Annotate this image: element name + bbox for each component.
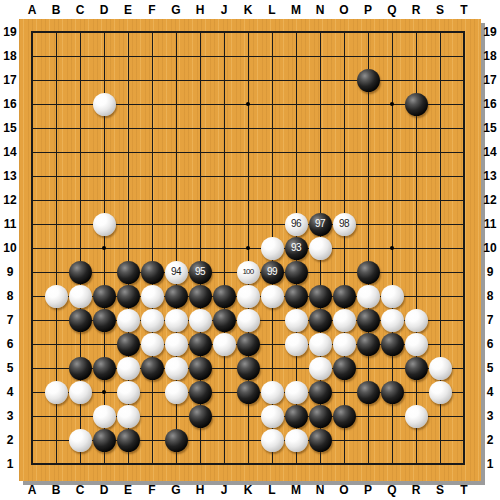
col-label-bottom-L: L (268, 484, 275, 496)
black-stone-N7[interactable] (309, 309, 332, 332)
white-stone-Q7[interactable] (381, 309, 404, 332)
white-stone-M7[interactable] (285, 309, 308, 332)
white-stone-C4[interactable] (69, 381, 92, 404)
white-stone-K8[interactable] (237, 285, 260, 308)
row-label-right-5: 5 (487, 362, 494, 374)
black-stone-L9[interactable]: 99 (261, 261, 284, 284)
white-stone-M2[interactable] (285, 429, 308, 452)
row-label-right-12: 12 (483, 194, 496, 206)
black-stone-K6[interactable] (237, 333, 260, 356)
row-label-right-11: 11 (484, 218, 497, 230)
black-stone-C9[interactable] (69, 261, 92, 284)
col-label-top-Q: Q (387, 4, 396, 16)
black-stone-H9[interactable]: 95 (189, 261, 212, 284)
white-stone-C8[interactable] (69, 285, 92, 308)
col-label-bottom-O: O (339, 484, 348, 496)
black-stone-G2[interactable] (165, 429, 188, 452)
black-stone-R5[interactable] (405, 357, 428, 380)
black-stone-C7[interactable] (69, 309, 92, 332)
row-label-right-16: 16 (483, 98, 496, 110)
col-label-top-R: R (412, 4, 421, 16)
move-number-98: 98 (339, 219, 349, 229)
row-label-left-18: 18 (3, 50, 16, 62)
col-label-bottom-B: B (52, 484, 61, 496)
black-stone-E9[interactable] (117, 261, 140, 284)
col-label-bottom-K: K (244, 484, 253, 496)
row-label-right-18: 18 (483, 50, 496, 62)
white-stone-H7[interactable] (189, 309, 212, 332)
white-stone-L3[interactable] (261, 405, 284, 428)
white-stone-D11[interactable] (93, 213, 116, 236)
white-stone-L2[interactable] (261, 429, 284, 452)
col-label-top-T: T (460, 4, 467, 16)
white-stone-L8[interactable] (261, 285, 284, 308)
row-label-right-15: 15 (483, 122, 496, 134)
col-label-bottom-Q: Q (387, 484, 396, 496)
move-number-100: 100 (242, 268, 253, 276)
black-stone-E2[interactable] (117, 429, 140, 452)
black-stone-M8[interactable] (285, 285, 308, 308)
black-stone-D5[interactable] (93, 357, 116, 380)
row-label-left-16: 16 (3, 98, 16, 110)
move-number-99: 99 (267, 267, 277, 277)
black-stone-E6[interactable] (117, 333, 140, 356)
row-label-right-4: 4 (487, 386, 494, 398)
col-label-top-S: S (436, 4, 444, 16)
white-stone-G7[interactable] (165, 309, 188, 332)
move-number-95: 95 (195, 267, 205, 277)
col-label-top-C: C (76, 4, 85, 16)
black-stone-P4[interactable] (357, 381, 380, 404)
black-stone-G8[interactable] (165, 285, 188, 308)
row-label-left-10: 10 (3, 242, 16, 254)
star-point-D4 (102, 390, 106, 394)
black-stone-P17[interactable] (357, 69, 380, 92)
row-label-right-14: 14 (483, 146, 496, 158)
white-stone-E7[interactable] (117, 309, 140, 332)
white-stone-M11[interactable]: 96 (285, 213, 308, 236)
white-stone-G6[interactable] (165, 333, 188, 356)
row-label-right-8: 8 (487, 290, 494, 302)
row-label-right-7: 7 (487, 314, 494, 326)
white-stone-O7[interactable] (333, 309, 356, 332)
row-label-left-4: 4 (7, 386, 14, 398)
row-label-left-5: 5 (7, 362, 14, 374)
col-label-bottom-G: G (171, 484, 180, 496)
white-stone-J6[interactable] (213, 333, 236, 356)
white-stone-Q8[interactable] (381, 285, 404, 308)
black-stone-N8[interactable] (309, 285, 332, 308)
black-stone-K5[interactable] (237, 357, 260, 380)
white-stone-O11[interactable]: 98 (333, 213, 356, 236)
white-stone-R7[interactable] (405, 309, 428, 332)
white-stone-E4[interactable] (117, 381, 140, 404)
white-stone-N5[interactable] (309, 357, 332, 380)
white-stone-K7[interactable] (237, 309, 260, 332)
black-stone-N2[interactable] (309, 429, 332, 452)
col-label-top-E: E (124, 4, 132, 16)
col-label-top-P: P (364, 4, 372, 16)
row-label-left-7: 7 (7, 314, 14, 326)
white-stone-R3[interactable] (405, 405, 428, 428)
white-stone-R6[interactable] (405, 333, 428, 356)
row-label-right-10: 10 (483, 242, 496, 254)
col-label-top-D: D (100, 4, 109, 16)
black-stone-N4[interactable] (309, 381, 332, 404)
white-stone-G4[interactable] (165, 381, 188, 404)
star-point-K10 (246, 246, 250, 250)
white-stone-C2[interactable] (69, 429, 92, 452)
row-label-right-17: 17 (483, 74, 496, 86)
white-stone-B4[interactable] (45, 381, 68, 404)
row-label-left-12: 12 (3, 194, 16, 206)
black-stone-P6[interactable] (357, 333, 380, 356)
star-point-D10 (102, 246, 106, 250)
black-stone-F9[interactable] (141, 261, 164, 284)
black-stone-D8[interactable] (93, 285, 116, 308)
col-label-bottom-R: R (412, 484, 421, 496)
col-label-top-G: G (171, 4, 180, 16)
move-number-96: 96 (291, 219, 301, 229)
black-stone-C5[interactable] (69, 357, 92, 380)
white-stone-M6[interactable] (285, 333, 308, 356)
col-label-bottom-N: N (316, 484, 325, 496)
col-label-bottom-E: E (124, 484, 132, 496)
row-label-left-19: 19 (3, 26, 16, 38)
col-label-bottom-P: P (364, 484, 372, 496)
row-label-left-8: 8 (7, 290, 14, 302)
go-diagram: AABBCCDDEEFFGGHHJJKKLLMMNNOOPPQQRRSSTT19… (0, 0, 500, 500)
col-label-top-B: B (52, 4, 61, 16)
white-stone-N10[interactable] (309, 237, 332, 260)
white-stone-G5[interactable] (165, 357, 188, 380)
row-label-left-3: 3 (7, 410, 14, 422)
row-label-right-2: 2 (487, 434, 494, 446)
row-label-left-15: 15 (3, 122, 16, 134)
grid-line-vertical (463, 31, 465, 465)
col-label-top-H: H (196, 4, 205, 16)
black-stone-H8[interactable] (189, 285, 212, 308)
row-label-right-3: 3 (487, 410, 494, 422)
black-stone-K4[interactable] (237, 381, 260, 404)
black-stone-O5[interactable] (333, 357, 356, 380)
row-label-right-6: 6 (487, 338, 494, 350)
row-label-right-19: 19 (483, 26, 496, 38)
star-point-Q16 (390, 102, 394, 106)
col-label-top-O: O (339, 4, 348, 16)
col-label-top-A: A (28, 4, 37, 16)
col-label-bottom-D: D (100, 484, 109, 496)
col-label-bottom-M: M (291, 484, 301, 496)
move-number-93: 93 (291, 243, 301, 253)
row-label-right-9: 9 (487, 266, 494, 278)
black-stone-D2[interactable] (93, 429, 116, 452)
black-stone-R16[interactable] (405, 93, 428, 116)
row-label-left-6: 6 (7, 338, 14, 350)
row-label-left-13: 13 (3, 170, 16, 182)
col-label-top-L: L (268, 4, 275, 16)
black-stone-N3[interactable] (309, 405, 332, 428)
black-stone-D7[interactable] (93, 309, 116, 332)
col-label-top-F: F (148, 4, 155, 16)
col-label-top-N: N (316, 4, 325, 16)
col-label-bottom-T: T (460, 484, 467, 496)
black-stone-P9[interactable] (357, 261, 380, 284)
row-label-right-13: 13 (483, 170, 496, 182)
black-stone-O8[interactable] (333, 285, 356, 308)
black-stone-O3[interactable] (333, 405, 356, 428)
move-number-94: 94 (171, 267, 181, 277)
black-stone-H4[interactable] (189, 381, 212, 404)
row-label-right-1: 1 (487, 458, 494, 470)
black-stone-H6[interactable] (189, 333, 212, 356)
white-stone-O6[interactable] (333, 333, 356, 356)
row-label-left-9: 9 (7, 266, 14, 278)
grid-line-horizontal (31, 463, 465, 465)
col-label-bottom-S: S (436, 484, 444, 496)
black-stone-M3[interactable] (285, 405, 308, 428)
white-stone-D3[interactable] (93, 405, 116, 428)
col-label-bottom-H: H (196, 484, 205, 496)
black-stone-F5[interactable] (141, 357, 164, 380)
row-label-left-1: 1 (7, 458, 14, 470)
white-stone-S5[interactable] (429, 357, 452, 380)
col-label-top-J: J (221, 4, 228, 16)
black-stone-Q4[interactable] (381, 381, 404, 404)
col-label-bottom-C: C (76, 484, 85, 496)
white-stone-M4[interactable] (285, 381, 308, 404)
white-stone-F6[interactable] (141, 333, 164, 356)
white-stone-E5[interactable] (117, 357, 140, 380)
white-stone-L4[interactable] (261, 381, 284, 404)
white-stone-P8[interactable] (357, 285, 380, 308)
col-label-bottom-J: J (221, 484, 228, 496)
row-label-left-11: 11 (4, 218, 17, 230)
white-stone-S4[interactable] (429, 381, 452, 404)
black-stone-J8[interactable] (213, 285, 236, 308)
col-label-bottom-A: A (28, 484, 37, 496)
black-stone-H3[interactable] (189, 405, 212, 428)
white-stone-G9[interactable]: 94 (165, 261, 188, 284)
black-stone-N11[interactable]: 97 (309, 213, 332, 236)
white-stone-K9[interactable]: 100 (237, 261, 260, 284)
white-stone-N6[interactable] (309, 333, 332, 356)
star-point-K16 (246, 102, 250, 106)
white-stone-E3[interactable] (117, 405, 140, 428)
move-number-97: 97 (315, 219, 325, 229)
white-stone-B8[interactable] (45, 285, 68, 308)
white-stone-L10[interactable] (261, 237, 284, 260)
row-label-left-17: 17 (3, 74, 16, 86)
col-label-bottom-F: F (148, 484, 155, 496)
white-stone-F8[interactable] (141, 285, 164, 308)
black-stone-J7[interactable] (213, 309, 236, 332)
row-label-left-2: 2 (7, 434, 14, 446)
black-stone-P7[interactable] (357, 309, 380, 332)
black-stone-H5[interactable] (189, 357, 212, 380)
row-label-left-14: 14 (3, 146, 16, 158)
col-label-top-K: K (244, 4, 253, 16)
col-label-top-M: M (291, 4, 301, 16)
black-stone-M10[interactable]: 93 (285, 237, 308, 260)
star-point-Q10 (390, 246, 394, 250)
black-stone-E8[interactable] (117, 285, 140, 308)
grid-line-vertical (344, 31, 345, 465)
white-stone-F7[interactable] (141, 309, 164, 332)
black-stone-Q6[interactable] (381, 333, 404, 356)
white-stone-D16[interactable] (93, 93, 116, 116)
black-stone-M9[interactable] (285, 261, 308, 284)
